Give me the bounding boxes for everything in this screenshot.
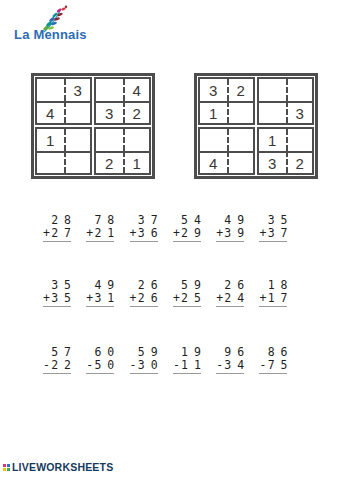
math-problem: 19 -11 [173,346,201,374]
operator: - [216,359,223,372]
operand-bottom: 29 [181,227,207,240]
operator: - [173,359,180,372]
operator: + [173,227,180,240]
math-row-subtraction: 57 -22 60 -50 59 -30 19 -11 96 -34 86 -7… [43,346,287,374]
operand-bottom: 27 [51,227,77,240]
sudoku-cell[interactable] [64,101,91,123]
operator: + [216,292,223,305]
operand-bottom: 31 [94,292,120,305]
sudoku-cell[interactable] [286,79,313,101]
math-problem: 60 -50 [86,346,114,374]
operator: + [130,227,137,240]
math-problem: 28 +27 [43,214,71,242]
math-problem: 86 -75 [259,346,287,374]
operand-bottom: 34 [224,359,250,372]
sudoku-box: 3 2 1 [198,77,255,125]
sudoku-cell[interactable] [123,129,150,151]
math-problem: 18 +17 [259,279,287,307]
operand-bottom: 30 [138,359,164,372]
sudoku-cell[interactable]: 3 [200,79,227,101]
operand-bottom: 26 [138,292,164,305]
sudoku-cell[interactable]: 4 [37,101,64,123]
sudoku-cell[interactable]: 4 [123,79,150,101]
operator: - [130,359,137,372]
operand-bottom: 11 [181,359,207,372]
sudoku-cell[interactable] [259,101,286,123]
sudoku-cell[interactable]: 1 [123,151,150,173]
math-problem: 54 +29 [173,214,201,242]
footer-brand-text: LIVEWORKSHEETS [12,461,113,473]
sudoku-cell[interactable]: 2 [123,101,150,123]
math-row-addition-1: 28 +27 78 +21 37 +36 54 +29 49 +39 35 +3… [43,214,287,242]
sudoku-cell[interactable]: 2 [227,79,254,101]
operand-bottom: 24 [224,292,250,305]
sudoku-cell[interactable] [37,79,64,101]
school-logo: La Mennais [14,5,104,45]
sudoku-cell[interactable] [286,129,313,151]
operand-bottom: 17 [268,292,294,305]
operator: + [43,292,50,305]
sudoku-grid-right: 3 2 1 3 4 1 3 2 [194,73,318,179]
operator: + [216,227,223,240]
math-problem: 37 +36 [130,214,158,242]
sudoku-cell[interactable]: 1 [259,129,286,151]
sudoku-box: 4 [198,127,255,175]
sudoku-cell[interactable]: 3 [64,79,91,101]
sudoku-box: 1 3 2 [257,127,314,175]
sudoku-cell[interactable] [227,129,254,151]
sudoku-cell[interactable] [227,151,254,173]
math-problem: 26 +26 [130,279,158,307]
operand-bottom: 22 [51,359,77,372]
operator: + [86,227,93,240]
operator: - [43,359,50,372]
sudoku-cell[interactable] [227,101,254,123]
sudoku-cell[interactable] [96,79,123,101]
liveworksheets-brand[interactable]: LIVEWORKSHEETS [3,461,113,473]
sudoku-box: 4 3 2 [94,77,151,125]
operand-bottom: 75 [268,359,294,372]
operator: + [43,227,50,240]
sudoku-cell[interactable]: 3 [96,101,123,123]
sudoku-cell[interactable] [200,129,227,151]
math-problem: 59 -30 [130,346,158,374]
sudoku-grid-left: 3 4 4 3 2 1 2 1 [31,73,155,179]
operator: - [86,359,93,372]
operand-bottom: 21 [94,227,120,240]
sudoku-cell[interactable] [96,129,123,151]
math-problem: 26 +24 [216,279,244,307]
operand-bottom: 50 [94,359,120,372]
math-row-addition-2: 35 +35 49 +31 26 +26 59 +25 26 +24 18 +1… [43,279,287,307]
math-problem: 35 +37 [259,214,287,242]
operator: + [86,292,93,305]
operator: + [259,292,266,305]
operand-bottom: 36 [138,227,164,240]
sudoku-cell[interactable]: 3 [286,101,313,123]
operator: - [259,359,266,372]
math-problem: 49 +31 [86,279,114,307]
logo-text: La Mennais [14,27,87,42]
math-problem: 59 +25 [173,279,201,307]
operand-bottom: 25 [181,292,207,305]
sudoku-cell[interactable]: 1 [200,101,227,123]
operator: + [130,292,137,305]
sudoku-box: 3 [257,77,314,125]
operand-bottom: 37 [268,227,294,240]
operator: + [259,227,266,240]
math-problem: 49 +39 [216,214,244,242]
sudoku-box: 2 1 [94,127,151,175]
sudoku-grids: 3 4 4 3 2 1 2 1 3 2 1 [31,73,318,179]
operator: + [173,292,180,305]
math-problem: 57 -22 [43,346,71,374]
sudoku-cell[interactable]: 2 [96,151,123,173]
sudoku-cell[interactable]: 1 [37,129,64,151]
sudoku-cell[interactable] [64,129,91,151]
math-problem: 96 -34 [216,346,244,374]
sudoku-box: 3 4 [35,77,92,125]
math-problem: 78 +21 [86,214,114,242]
operand-bottom: 35 [51,292,77,305]
sudoku-box: 1 [35,127,92,175]
operand-bottom: 39 [224,227,250,240]
sudoku-cell[interactable] [37,151,64,173]
liveworksheets-grid-icon [3,464,10,471]
sudoku-cell[interactable]: 4 [200,151,227,173]
sudoku-cell[interactable]: 2 [286,151,313,173]
sudoku-cell[interactable] [64,151,91,173]
sudoku-cell[interactable]: 3 [259,151,286,173]
math-problem: 35 +35 [43,279,71,307]
sudoku-cell[interactable] [259,79,286,101]
